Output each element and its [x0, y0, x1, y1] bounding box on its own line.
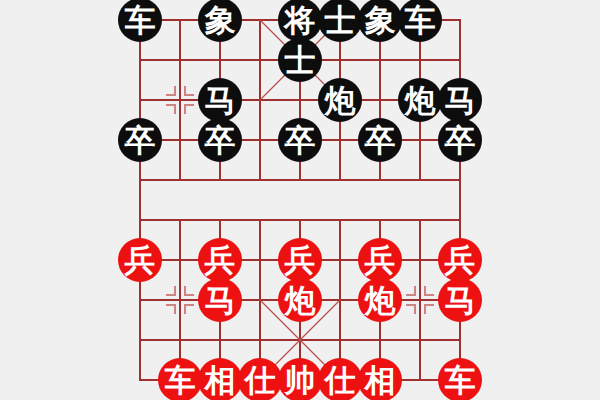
piece-red-cannon[interactable]: 炮 [278, 278, 322, 322]
piece-red-elephant[interactable]: 相 [198, 358, 242, 400]
piece-black-soldier[interactable]: 卒 [198, 118, 242, 162]
piece-black-general[interactable]: 将 [278, 0, 322, 42]
piece-red-advisor[interactable]: 仕 [318, 358, 362, 400]
xiangqi-app: 车象将士象车士马炮炮马卒卒卒卒卒兵兵兵兵兵马炮炮马车相仕帅仕相车 [0, 0, 600, 400]
piece-red-soldier[interactable]: 兵 [438, 238, 482, 282]
piece-black-soldier[interactable]: 卒 [358, 118, 402, 162]
piece-black-advisor[interactable]: 士 [278, 38, 322, 82]
piece-red-elephant[interactable]: 相 [358, 358, 402, 400]
piece-red-horse[interactable]: 马 [438, 278, 482, 322]
piece-black-soldier[interactable]: 卒 [438, 118, 482, 162]
piece-black-horse[interactable]: 马 [198, 78, 242, 122]
piece-black-soldier[interactable]: 卒 [278, 118, 322, 162]
piece-red-cannon[interactable]: 炮 [358, 278, 402, 322]
piece-red-chariot[interactable]: 车 [158, 358, 202, 400]
piece-black-cannon[interactable]: 炮 [398, 78, 442, 122]
piece-black-horse[interactable]: 马 [438, 78, 482, 122]
piece-black-cannon[interactable]: 炮 [318, 78, 362, 122]
piece-red-soldier[interactable]: 兵 [358, 238, 402, 282]
piece-red-general[interactable]: 帅 [278, 358, 322, 400]
piece-red-horse[interactable]: 马 [198, 278, 242, 322]
pieces-layer[interactable]: 车象将士象车士马炮炮马卒卒卒卒卒兵兵兵兵兵马炮炮马车相仕帅仕相车 [120, 0, 480, 400]
piece-red-soldier[interactable]: 兵 [278, 238, 322, 282]
piece-black-elephant[interactable]: 象 [358, 0, 402, 42]
piece-black-soldier[interactable]: 卒 [118, 118, 162, 162]
piece-black-elephant[interactable]: 象 [198, 0, 242, 42]
piece-black-chariot[interactable]: 车 [398, 0, 442, 42]
piece-black-chariot[interactable]: 车 [118, 0, 162, 42]
piece-red-chariot[interactable]: 车 [438, 358, 482, 400]
piece-red-advisor[interactable]: 仕 [238, 358, 282, 400]
piece-red-soldier[interactable]: 兵 [198, 238, 242, 282]
piece-red-soldier[interactable]: 兵 [118, 238, 162, 282]
piece-black-advisor[interactable]: 士 [318, 0, 362, 42]
